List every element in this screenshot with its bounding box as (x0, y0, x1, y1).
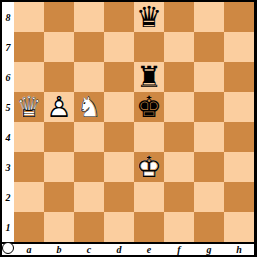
white-to-move-icon (2, 242, 14, 254)
square-d8[interactable] (104, 2, 134, 32)
chess-board: ♛♜♛♕♟♙♞♘♚♚♔ (14, 2, 254, 242)
square-e3[interactable]: ♚♔ (134, 152, 164, 182)
black-queen-e8[interactable]: ♛ (134, 2, 164, 32)
square-a5[interactable]: ♛♕ (14, 92, 44, 122)
square-c2[interactable] (74, 182, 104, 212)
square-c8[interactable] (74, 2, 104, 32)
square-c5[interactable]: ♞♘ (74, 92, 104, 122)
square-d4[interactable] (104, 122, 134, 152)
square-h6[interactable] (224, 62, 254, 92)
square-d7[interactable] (104, 32, 134, 62)
rank-label-1: 1 (2, 212, 14, 242)
square-d1[interactable] (104, 212, 134, 242)
square-c7[interactable] (74, 32, 104, 62)
square-c3[interactable] (74, 152, 104, 182)
rank-label-4: 4 (2, 122, 14, 152)
square-d5[interactable] (104, 92, 134, 122)
rank-label-6: 6 (2, 62, 14, 92)
square-g7[interactable] (194, 32, 224, 62)
square-f4[interactable] (164, 122, 194, 152)
white-king-icon: ♔ (134, 152, 164, 182)
square-h7[interactable] (224, 32, 254, 62)
file-label-h: h (224, 244, 254, 255)
square-b1[interactable] (44, 212, 74, 242)
square-f2[interactable] (164, 182, 194, 212)
black-queen-icon: ♛ (134, 2, 164, 32)
black-king-icon: ♚ (134, 92, 164, 122)
square-c6[interactable] (74, 62, 104, 92)
file-label-f: f (164, 244, 194, 255)
white-king-fill-icon: ♚ (134, 152, 164, 182)
white-knight-fill-icon: ♞ (74, 92, 104, 122)
file-label-d: d (104, 244, 134, 255)
square-e6[interactable]: ♜ (134, 62, 164, 92)
square-e5[interactable]: ♚ (134, 92, 164, 122)
square-g6[interactable] (194, 62, 224, 92)
square-b6[interactable] (44, 62, 74, 92)
square-a6[interactable] (14, 62, 44, 92)
square-b3[interactable] (44, 152, 74, 182)
rank-label-8: 8 (2, 2, 14, 32)
square-a2[interactable] (14, 182, 44, 212)
square-f5[interactable] (164, 92, 194, 122)
white-queen-icon: ♕ (14, 92, 44, 122)
white-queen-fill-icon: ♛ (14, 92, 44, 122)
square-a1[interactable] (14, 212, 44, 242)
file-labels: abcdefgh (14, 242, 254, 255)
square-h8[interactable] (224, 2, 254, 32)
square-b7[interactable] (44, 32, 74, 62)
white-pawn-fill-icon: ♟ (44, 92, 74, 122)
square-h1[interactable] (224, 212, 254, 242)
square-e8[interactable]: ♛ (134, 2, 164, 32)
square-g8[interactable] (194, 2, 224, 32)
square-a7[interactable] (14, 32, 44, 62)
white-king-e3[interactable]: ♚♔ (134, 152, 164, 182)
rank-label-2: 2 (2, 182, 14, 212)
rank-label-7: 7 (2, 32, 14, 62)
white-pawn-icon: ♙ (44, 92, 74, 122)
square-e4[interactable] (134, 122, 164, 152)
square-h2[interactable] (224, 182, 254, 212)
chess-diagram: 87654321 ♛♜♛♕♟♙♞♘♚♚♔ abcdefgh (0, 0, 257, 257)
square-b8[interactable] (44, 2, 74, 32)
square-c1[interactable] (74, 212, 104, 242)
rank-label-3: 3 (2, 152, 14, 182)
white-knight-icon: ♘ (74, 92, 104, 122)
white-knight-c5[interactable]: ♞♘ (74, 92, 104, 122)
square-f7[interactable] (164, 32, 194, 62)
square-g1[interactable] (194, 212, 224, 242)
file-label-c: c (74, 244, 104, 255)
square-d2[interactable] (104, 182, 134, 212)
square-g5[interactable] (194, 92, 224, 122)
square-h4[interactable] (224, 122, 254, 152)
square-e7[interactable] (134, 32, 164, 62)
black-rook-icon: ♜ (134, 62, 164, 92)
square-e2[interactable] (134, 182, 164, 212)
square-c4[interactable] (74, 122, 104, 152)
rank-label-5: 5 (2, 92, 14, 122)
black-rook-e6[interactable]: ♜ (134, 62, 164, 92)
rank-labels: 87654321 (2, 2, 14, 242)
square-a4[interactable] (14, 122, 44, 152)
square-g3[interactable] (194, 152, 224, 182)
square-f3[interactable] (164, 152, 194, 182)
black-king-e5[interactable]: ♚ (134, 92, 164, 122)
square-h5[interactable] (224, 92, 254, 122)
square-g4[interactable] (194, 122, 224, 152)
square-f8[interactable] (164, 2, 194, 32)
square-e1[interactable] (134, 212, 164, 242)
square-d3[interactable] (104, 152, 134, 182)
square-g2[interactable] (194, 182, 224, 212)
square-f6[interactable] (164, 62, 194, 92)
square-b4[interactable] (44, 122, 74, 152)
square-d6[interactable] (104, 62, 134, 92)
file-label-g: g (194, 244, 224, 255)
square-b5[interactable]: ♟♙ (44, 92, 74, 122)
file-label-e: e (134, 244, 164, 255)
square-a3[interactable] (14, 152, 44, 182)
square-h3[interactable] (224, 152, 254, 182)
white-queen-a5[interactable]: ♛♕ (14, 92, 44, 122)
file-label-b: b (44, 244, 74, 255)
square-f1[interactable] (164, 212, 194, 242)
square-a8[interactable] (14, 2, 44, 32)
white-pawn-b5[interactable]: ♟♙ (44, 92, 74, 122)
square-b2[interactable] (44, 182, 74, 212)
file-label-a: a (14, 244, 44, 255)
